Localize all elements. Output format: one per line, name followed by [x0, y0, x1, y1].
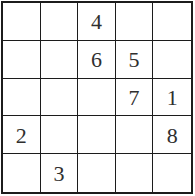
grid-cell-r1c4[interactable] — [116, 3, 154, 41]
grid-cell-r4c2[interactable] — [41, 116, 79, 154]
grid-cell-r4c5: 8 — [153, 116, 191, 154]
grid-cell-r3c4: 7 — [116, 79, 154, 117]
grid-cell-r2c1[interactable] — [3, 41, 41, 79]
grid-cell-r3c1[interactable] — [3, 79, 41, 117]
grid-cell-r5c1[interactable] — [3, 154, 41, 192]
grid-cell-r5c2: 3 — [41, 154, 79, 192]
grid-cell-r1c5[interactable] — [153, 3, 191, 41]
grid-cell-r3c5: 1 — [153, 79, 191, 117]
grid-cell-r1c2[interactable] — [41, 3, 79, 41]
grid-cell-r4c3[interactable] — [78, 116, 116, 154]
grid-cell-r2c3: 6 — [78, 41, 116, 79]
puzzle-board: 46571283 — [1, 1, 193, 194]
grid-cell-r5c4[interactable] — [116, 154, 154, 192]
grid-cell-r2c2[interactable] — [41, 41, 79, 79]
grid-cell-r2c4: 5 — [116, 41, 154, 79]
grid-cell-r4c1: 2 — [3, 116, 41, 154]
grid-cell-r2c5[interactable] — [153, 41, 191, 79]
grid-cell-r3c3[interactable] — [78, 79, 116, 117]
grid-cell-r5c3[interactable] — [78, 154, 116, 192]
grid-cell-r1c1[interactable] — [3, 3, 41, 41]
puzzle-screenshot: 46571283 — [0, 0, 195, 196]
grid-cell-r1c3: 4 — [78, 3, 116, 41]
grid-cell-r4c4[interactable] — [116, 116, 154, 154]
grid-cell-r3c2[interactable] — [41, 79, 79, 117]
grid-cell-r5c5[interactable] — [153, 154, 191, 192]
